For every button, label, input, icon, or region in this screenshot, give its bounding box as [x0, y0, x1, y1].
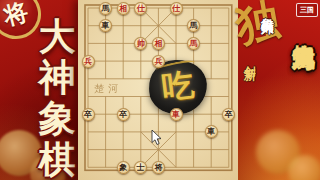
xiangqi-piece-red[interactable]: 相: [117, 2, 130, 15]
subtitle-master: 象棋大师: [258, 6, 276, 14]
xiangqi-piece-red[interactable]: 仕: [134, 2, 147, 15]
xiangqi-piece-red[interactable]: 車: [170, 108, 183, 121]
channel-title: 大 神 象 棋: [36, 16, 78, 180]
xiangqi-piece-red[interactable]: 相: [152, 37, 165, 50]
xiangqi-piece-black[interactable]: 馬: [99, 2, 112, 15]
xiangqi-piece-red[interactable]: 仕: [170, 2, 183, 15]
xiangqi-piece-red[interactable]: 兵: [152, 55, 165, 68]
mouse-cursor-icon: [151, 130, 163, 146]
right-panel: 独 象棋大师 创新 中炮对屏风马 三国: [238, 0, 320, 180]
board[interactable]: 楚河 汉界 吃 馬相仕仕車馬帅相馬兵兵卒卒車卒車象士将: [78, 0, 240, 180]
video-thumbnail: 将 大 神 象 棋 楚河 汉界: [0, 0, 320, 180]
xiangqi-piece-black[interactable]: 卒: [117, 108, 130, 121]
xiangqi-piece-black[interactable]: 卒: [82, 108, 95, 121]
river-label-left: 楚河: [94, 82, 122, 96]
title-char: 棋: [36, 139, 78, 180]
decorative-gold-piece-icon: [288, 155, 320, 180]
eat-character: 吃: [147, 65, 209, 108]
xiangqi-piece-black[interactable]: 将: [152, 161, 165, 174]
xiangqi-piece-black[interactable]: 卒: [222, 108, 235, 121]
xiangqi-piece-red[interactable]: 馬: [187, 37, 200, 50]
xiangqi-piece-red[interactable]: 兵: [82, 55, 95, 68]
left-panel: 将 大 神 象 棋: [0, 0, 80, 180]
subtitle-innovation: 创新: [241, 56, 258, 60]
xiangqi-piece-black[interactable]: 象: [117, 161, 130, 174]
title-char: 神: [36, 57, 78, 98]
title-char: 大: [36, 16, 78, 57]
title-char: 象: [36, 98, 78, 139]
channel-logo: 三国: [296, 3, 318, 17]
episode-title: 中炮对屏风马: [291, 26, 317, 32]
